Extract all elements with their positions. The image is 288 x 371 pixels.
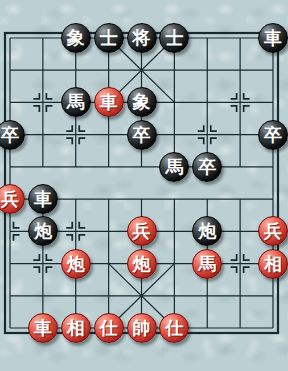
piece-black-elephant[interactable]: 象 xyxy=(127,87,157,117)
piece-black-general[interactable]: 将 xyxy=(127,23,157,53)
piece-red-cannon[interactable]: 炮 xyxy=(61,249,91,279)
piece-black-cannon[interactable]: 炮 xyxy=(28,216,58,246)
piece-black-chariot[interactable]: 車 xyxy=(258,23,288,53)
piece-black-soldier[interactable]: 卒 xyxy=(192,152,222,182)
piece-black-advisor[interactable]: 士 xyxy=(94,23,124,53)
piece-red-soldier[interactable]: 兵 xyxy=(127,216,157,246)
piece-black-soldier[interactable]: 卒 xyxy=(258,120,288,150)
piece-red-general[interactable]: 帥 xyxy=(127,313,157,343)
piece-red-advisor[interactable]: 仕 xyxy=(94,313,124,343)
piece-black-elephant[interactable]: 象 xyxy=(61,23,91,53)
piece-black-soldier[interactable]: 卒 xyxy=(127,120,157,150)
piece-red-horse[interactable]: 馬 xyxy=(192,249,222,279)
piece-red-cannon[interactable]: 炮 xyxy=(127,249,157,279)
piece-red-chariot[interactable]: 車 xyxy=(94,87,124,117)
piece-black-horse[interactable]: 馬 xyxy=(61,87,91,117)
piece-red-elephant[interactable]: 相 xyxy=(61,313,91,343)
piece-red-chariot[interactable]: 車 xyxy=(28,313,58,343)
xiangqi-board: 象士将士車馬車象卒卒卒馬卒兵車炮兵炮兵炮炮馬相車相仕帥仕 xyxy=(0,0,288,371)
piece-red-elephant[interactable]: 相 xyxy=(258,249,288,279)
piece-black-chariot[interactable]: 車 xyxy=(28,184,58,214)
